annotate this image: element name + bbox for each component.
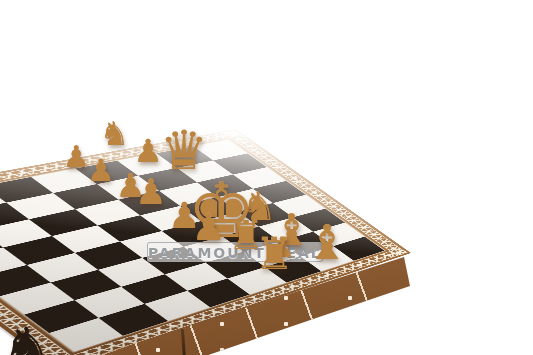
- product-photo-canvas: ♞♟♟♛♟♟♟♞♟♚♟♝♜♟♝♜♞ PARAMOUNT DEALZ: [0, 0, 533, 355]
- piece-white-knight: ♞: [93, 117, 136, 150]
- board-hinge-seam: [181, 329, 186, 355]
- watermark: PARAMOUNT DEALZ: [147, 242, 323, 262]
